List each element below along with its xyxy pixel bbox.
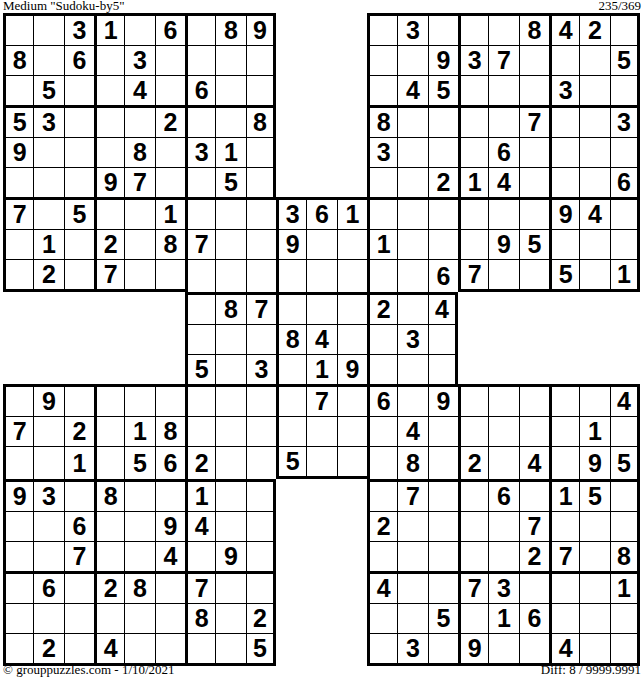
cell-r19c4[interactable] xyxy=(124,603,154,633)
cell-r17c14[interactable] xyxy=(428,541,458,571)
cell-r6c18[interactable]: 9 xyxy=(549,197,579,229)
cell-r5c1[interactable] xyxy=(33,167,63,197)
cell-r11c12[interactable] xyxy=(367,354,397,384)
cell-r2c14[interactable]: 5 xyxy=(428,75,458,105)
cell-r11c7[interactable] xyxy=(215,354,245,384)
cell-r1c14[interactable]: 9 xyxy=(428,45,458,75)
cell-r14c20[interactable]: 5 xyxy=(610,446,640,479)
cell-r16c16[interactable] xyxy=(488,511,518,541)
cell-r0c20[interactable] xyxy=(610,13,640,45)
cell-r0c18[interactable]: 4 xyxy=(549,13,579,45)
cell-r8c14[interactable]: 6 xyxy=(428,259,458,292)
cell-r11c9[interactable] xyxy=(276,354,306,384)
cell-r17c6[interactable] xyxy=(185,541,215,571)
cell-r18c17[interactable] xyxy=(519,571,549,603)
cell-r0c7[interactable]: 8 xyxy=(215,13,245,45)
cell-r17c7[interactable]: 9 xyxy=(215,541,245,571)
cell-r13c6[interactable] xyxy=(185,416,215,446)
cell-r14c6[interactable]: 2 xyxy=(185,446,215,479)
cell-r12c6[interactable] xyxy=(185,384,215,416)
cell-r13c13[interactable]: 4 xyxy=(397,416,427,446)
cell-r7c0[interactable] xyxy=(3,229,33,259)
cell-r12c5[interactable] xyxy=(155,384,185,416)
cell-r18c19[interactable] xyxy=(579,571,609,603)
cell-r17c19[interactable] xyxy=(579,541,609,571)
cell-r13c5[interactable]: 8 xyxy=(155,416,185,446)
cell-r15c13[interactable]: 7 xyxy=(397,479,427,511)
cell-r1c18[interactable] xyxy=(549,45,579,75)
cell-r7c13[interactable] xyxy=(397,229,427,259)
cell-r14c18[interactable] xyxy=(549,446,579,479)
cell-r12c19[interactable] xyxy=(579,384,609,416)
cell-r13c17[interactable] xyxy=(519,416,549,446)
cell-r12c8[interactable] xyxy=(246,384,276,416)
cell-r16c7[interactable] xyxy=(215,511,245,541)
cell-r17c18[interactable]: 7 xyxy=(549,541,579,571)
cell-r17c4[interactable] xyxy=(124,541,154,571)
cell-r19c20[interactable] xyxy=(610,603,640,633)
cell-r19c0[interactable] xyxy=(3,603,33,633)
cell-r3c15[interactable] xyxy=(458,105,488,137)
cell-r0c5[interactable]: 6 xyxy=(155,13,185,45)
cell-r14c17[interactable]: 4 xyxy=(519,446,549,479)
cell-r17c3[interactable] xyxy=(94,541,124,571)
cell-r16c3[interactable] xyxy=(94,511,124,541)
cell-r4c0[interactable]: 9 xyxy=(3,137,33,167)
cell-r4c18[interactable] xyxy=(549,137,579,167)
cell-r8c7[interactable] xyxy=(215,259,245,292)
cell-r5c7[interactable]: 5 xyxy=(215,167,245,197)
cell-r7c9[interactable]: 9 xyxy=(276,229,306,259)
cell-r1c20[interactable]: 5 xyxy=(610,45,640,75)
cell-r12c15[interactable] xyxy=(458,384,488,416)
cell-r6c1[interactable] xyxy=(33,197,63,229)
cell-r15c18[interactable]: 1 xyxy=(549,479,579,511)
cell-r1c19[interactable] xyxy=(579,45,609,75)
cell-r19c6[interactable]: 8 xyxy=(185,603,215,633)
cell-r7c8[interactable] xyxy=(246,229,276,259)
cell-r14c11[interactable] xyxy=(337,446,367,479)
cell-r8c3[interactable]: 7 xyxy=(94,259,124,292)
cell-r11c8[interactable]: 3 xyxy=(246,354,276,384)
cell-r12c13[interactable] xyxy=(397,384,427,416)
cell-r13c12[interactable] xyxy=(367,416,397,446)
cell-r16c14[interactable] xyxy=(428,511,458,541)
cell-r17c2[interactable]: 7 xyxy=(64,541,94,571)
cell-r1c13[interactable] xyxy=(397,45,427,75)
cell-r12c7[interactable] xyxy=(215,384,245,416)
cell-r6c20[interactable] xyxy=(610,197,640,229)
cell-r3c7[interactable] xyxy=(215,105,245,137)
cell-r3c3[interactable] xyxy=(94,105,124,137)
cell-r9c6[interactable] xyxy=(185,292,215,324)
cell-r13c10[interactable] xyxy=(306,416,336,446)
cell-r19c18[interactable] xyxy=(549,603,579,633)
cell-r7c10[interactable] xyxy=(306,229,336,259)
cell-r6c9[interactable]: 3 xyxy=(276,197,306,229)
cell-r5c19[interactable] xyxy=(579,167,609,197)
cell-r14c2[interactable]: 1 xyxy=(64,446,94,479)
cell-r1c4[interactable]: 3 xyxy=(124,45,154,75)
cell-r6c11[interactable]: 1 xyxy=(337,197,367,229)
cell-r15c1[interactable]: 3 xyxy=(33,479,63,511)
cell-r8c6[interactable] xyxy=(185,259,215,292)
cell-r4c6[interactable]: 3 xyxy=(185,137,215,167)
cell-r18c3[interactable]: 2 xyxy=(94,571,124,603)
cell-r14c16[interactable] xyxy=(488,446,518,479)
cell-r8c20[interactable]: 1 xyxy=(610,259,640,292)
cell-r19c3[interactable] xyxy=(94,603,124,633)
cell-r18c4[interactable]: 8 xyxy=(124,571,154,603)
cell-r8c2[interactable] xyxy=(64,259,94,292)
cell-r15c15[interactable] xyxy=(458,479,488,511)
cell-r13c11[interactable] xyxy=(337,416,367,446)
cell-r19c13[interactable] xyxy=(397,603,427,633)
cell-r17c1[interactable] xyxy=(33,541,63,571)
cell-r4c20[interactable] xyxy=(610,137,640,167)
cell-r2c6[interactable]: 6 xyxy=(185,75,215,105)
cell-r13c14[interactable] xyxy=(428,416,458,446)
cell-r3c14[interactable] xyxy=(428,105,458,137)
cell-r5c5[interactable] xyxy=(155,167,185,197)
cell-r4c5[interactable] xyxy=(155,137,185,167)
cell-r7c1[interactable]: 1 xyxy=(33,229,63,259)
cell-r17c16[interactable] xyxy=(488,541,518,571)
cell-r5c3[interactable]: 9 xyxy=(94,167,124,197)
cell-r6c14[interactable] xyxy=(428,197,458,229)
cell-r0c4[interactable] xyxy=(124,13,154,45)
cell-r14c12[interactable] xyxy=(367,446,397,479)
cell-r13c2[interactable]: 2 xyxy=(64,416,94,446)
cell-r19c14[interactable]: 5 xyxy=(428,603,458,633)
cell-r18c16[interactable]: 3 xyxy=(488,571,518,603)
cell-r19c19[interactable] xyxy=(579,603,609,633)
cell-r5c12[interactable] xyxy=(367,167,397,197)
cell-r9c13[interactable] xyxy=(397,292,427,324)
cell-r11c11[interactable]: 9 xyxy=(337,354,367,384)
cell-r1c8[interactable] xyxy=(246,45,276,75)
cell-r3c2[interactable] xyxy=(64,105,94,137)
cell-r6c5[interactable]: 1 xyxy=(155,197,185,229)
cell-r7c4[interactable] xyxy=(124,229,154,259)
cell-r14c10[interactable] xyxy=(306,446,336,479)
cell-r8c18[interactable]: 5 xyxy=(549,259,579,292)
cell-r15c12[interactable] xyxy=(367,479,397,511)
cell-r6c12[interactable] xyxy=(367,197,397,229)
cell-r16c2[interactable]: 6 xyxy=(64,511,94,541)
cell-r13c8[interactable] xyxy=(246,416,276,446)
cell-r10c11[interactable] xyxy=(337,324,367,354)
cell-r18c0[interactable] xyxy=(3,571,33,603)
cell-r3c1[interactable]: 3 xyxy=(33,105,63,137)
cell-r3c12[interactable]: 8 xyxy=(367,105,397,137)
cell-r19c8[interactable]: 2 xyxy=(246,603,276,633)
cell-r5c2[interactable] xyxy=(64,167,94,197)
cell-r12c11[interactable] xyxy=(337,384,367,416)
cell-r12c12[interactable]: 6 xyxy=(367,384,397,416)
cell-r4c17[interactable] xyxy=(519,137,549,167)
cell-r7c3[interactable]: 2 xyxy=(94,229,124,259)
cell-r8c10[interactable] xyxy=(306,259,336,292)
cell-r5c16[interactable]: 4 xyxy=(488,167,518,197)
cell-r15c4[interactable] xyxy=(124,479,154,511)
cell-r18c12[interactable]: 4 xyxy=(367,571,397,603)
cell-r17c17[interactable]: 2 xyxy=(519,541,549,571)
cell-r12c0[interactable] xyxy=(3,384,33,416)
cell-r9c12[interactable]: 2 xyxy=(367,292,397,324)
cell-r4c12[interactable]: 3 xyxy=(367,137,397,167)
cell-r9c10[interactable] xyxy=(306,292,336,324)
cell-r1c0[interactable]: 8 xyxy=(3,45,33,75)
cell-r12c20[interactable]: 4 xyxy=(610,384,640,416)
cell-r7c12[interactable]: 1 xyxy=(367,229,397,259)
cell-r7c11[interactable] xyxy=(337,229,367,259)
cell-r2c0[interactable] xyxy=(3,75,33,105)
cell-r12c14[interactable]: 9 xyxy=(428,384,458,416)
cell-r16c4[interactable] xyxy=(124,511,154,541)
cell-r4c13[interactable] xyxy=(397,137,427,167)
cell-r15c0[interactable]: 9 xyxy=(3,479,33,511)
cell-r2c8[interactable] xyxy=(246,75,276,105)
cell-r18c13[interactable] xyxy=(397,571,427,603)
cell-r12c16[interactable] xyxy=(488,384,518,416)
cell-r13c16[interactable] xyxy=(488,416,518,446)
cell-r6c13[interactable] xyxy=(397,197,427,229)
cell-r0c19[interactable]: 2 xyxy=(579,13,609,45)
cell-r14c15[interactable]: 2 xyxy=(458,446,488,479)
cell-r4c15[interactable] xyxy=(458,137,488,167)
cell-r0c3[interactable]: 1 xyxy=(94,13,124,45)
cell-r17c0[interactable] xyxy=(3,541,33,571)
cell-r8c15[interactable]: 7 xyxy=(458,259,488,292)
cell-r1c3[interactable] xyxy=(94,45,124,75)
cell-r2c2[interactable] xyxy=(64,75,94,105)
cell-r14c7[interactable] xyxy=(215,446,245,479)
cell-r13c4[interactable]: 1 xyxy=(124,416,154,446)
cell-r13c3[interactable] xyxy=(94,416,124,446)
cell-r8c19[interactable] xyxy=(579,259,609,292)
cell-r3c8[interactable]: 8 xyxy=(246,105,276,137)
cell-r16c12[interactable]: 2 xyxy=(367,511,397,541)
cell-r6c19[interactable]: 4 xyxy=(579,197,609,229)
cell-r4c19[interactable] xyxy=(579,137,609,167)
cell-r10c12[interactable] xyxy=(367,324,397,354)
cell-r8c9[interactable] xyxy=(276,259,306,292)
cell-r4c7[interactable]: 1 xyxy=(215,137,245,167)
cell-r1c15[interactable]: 3 xyxy=(458,45,488,75)
cell-r18c6[interactable]: 7 xyxy=(185,571,215,603)
cell-r6c7[interactable] xyxy=(215,197,245,229)
cell-r2c13[interactable]: 4 xyxy=(397,75,427,105)
cell-r19c12[interactable] xyxy=(367,603,397,633)
cell-r11c14[interactable] xyxy=(428,354,458,384)
cell-r19c2[interactable] xyxy=(64,603,94,633)
cell-r5c14[interactable]: 2 xyxy=(428,167,458,197)
cell-r8c5[interactable] xyxy=(155,259,185,292)
cell-r4c16[interactable]: 6 xyxy=(488,137,518,167)
cell-r15c8[interactable] xyxy=(246,479,276,511)
cell-r19c7[interactable] xyxy=(215,603,245,633)
cell-r4c3[interactable] xyxy=(94,137,124,167)
cell-r18c14[interactable] xyxy=(428,571,458,603)
cell-r15c7[interactable] xyxy=(215,479,245,511)
cell-r0c12[interactable] xyxy=(367,13,397,45)
cell-r0c6[interactable] xyxy=(185,13,215,45)
cell-r15c19[interactable]: 5 xyxy=(579,479,609,511)
cell-r16c18[interactable] xyxy=(549,511,579,541)
cell-r5c20[interactable]: 6 xyxy=(610,167,640,197)
cell-r16c20[interactable] xyxy=(610,511,640,541)
cell-r18c20[interactable]: 1 xyxy=(610,571,640,603)
cell-r14c8[interactable] xyxy=(246,446,276,479)
cell-r16c8[interactable] xyxy=(246,511,276,541)
cell-r12c9[interactable] xyxy=(276,384,306,416)
cell-r3c0[interactable]: 5 xyxy=(3,105,33,137)
cell-r19c15[interactable] xyxy=(458,603,488,633)
cell-r16c0[interactable] xyxy=(3,511,33,541)
cell-r12c3[interactable] xyxy=(94,384,124,416)
cell-r7c6[interactable]: 7 xyxy=(185,229,215,259)
cell-r19c5[interactable] xyxy=(155,603,185,633)
cell-r2c12[interactable] xyxy=(367,75,397,105)
cell-r8c0[interactable] xyxy=(3,259,33,292)
cell-r7c19[interactable] xyxy=(579,229,609,259)
cell-r17c8[interactable] xyxy=(246,541,276,571)
cell-r19c16[interactable]: 1 xyxy=(488,603,518,633)
cell-r18c15[interactable]: 7 xyxy=(458,571,488,603)
cell-r15c5[interactable] xyxy=(155,479,185,511)
cell-r3c19[interactable] xyxy=(579,105,609,137)
cell-r5c0[interactable] xyxy=(3,167,33,197)
cell-r8c1[interactable]: 2 xyxy=(33,259,63,292)
cell-r12c17[interactable] xyxy=(519,384,549,416)
cell-r10c10[interactable]: 4 xyxy=(306,324,336,354)
cell-r1c1[interactable] xyxy=(33,45,63,75)
cell-r5c13[interactable] xyxy=(397,167,427,197)
cell-r10c9[interactable]: 8 xyxy=(276,324,306,354)
cell-r4c1[interactable] xyxy=(33,137,63,167)
cell-r2c19[interactable] xyxy=(579,75,609,105)
cell-r2c3[interactable] xyxy=(94,75,124,105)
cell-r4c4[interactable]: 8 xyxy=(124,137,154,167)
cell-r3c16[interactable] xyxy=(488,105,518,137)
cell-r17c13[interactable] xyxy=(397,541,427,571)
cell-r14c3[interactable] xyxy=(94,446,124,479)
cell-r14c1[interactable] xyxy=(33,446,63,479)
cell-r5c4[interactable]: 7 xyxy=(124,167,154,197)
cell-r2c17[interactable] xyxy=(519,75,549,105)
cell-r15c3[interactable]: 8 xyxy=(94,479,124,511)
cell-r17c12[interactable] xyxy=(367,541,397,571)
cell-r1c12[interactable] xyxy=(367,45,397,75)
cell-r15c16[interactable]: 6 xyxy=(488,479,518,511)
cell-r8c13[interactable] xyxy=(397,259,427,292)
cell-r0c2[interactable]: 3 xyxy=(64,13,94,45)
cell-r3c5[interactable]: 2 xyxy=(155,105,185,137)
cell-r13c9[interactable] xyxy=(276,416,306,446)
cell-r5c8[interactable] xyxy=(246,167,276,197)
cell-r10c7[interactable] xyxy=(215,324,245,354)
cell-r5c18[interactable] xyxy=(549,167,579,197)
cell-r11c13[interactable] xyxy=(397,354,427,384)
cell-r16c5[interactable]: 9 xyxy=(155,511,185,541)
cell-r16c6[interactable]: 4 xyxy=(185,511,215,541)
cell-r2c16[interactable] xyxy=(488,75,518,105)
cell-r13c18[interactable] xyxy=(549,416,579,446)
cell-r14c9[interactable]: 5 xyxy=(276,446,306,479)
cell-r15c17[interactable] xyxy=(519,479,549,511)
cell-r1c2[interactable]: 6 xyxy=(64,45,94,75)
cell-r1c6[interactable] xyxy=(185,45,215,75)
cell-r0c8[interactable]: 9 xyxy=(246,13,276,45)
cell-r19c17[interactable]: 6 xyxy=(519,603,549,633)
cell-r8c4[interactable] xyxy=(124,259,154,292)
cell-r8c16[interactable] xyxy=(488,259,518,292)
cell-r16c13[interactable] xyxy=(397,511,427,541)
cell-r18c7[interactable] xyxy=(215,571,245,603)
cell-r2c1[interactable]: 5 xyxy=(33,75,63,105)
cell-r12c4[interactable] xyxy=(124,384,154,416)
cell-r10c14[interactable] xyxy=(428,324,458,354)
cell-r8c17[interactable] xyxy=(519,259,549,292)
cell-r13c20[interactable] xyxy=(610,416,640,446)
cell-r0c0[interactable] xyxy=(3,13,33,45)
cell-r4c14[interactable] xyxy=(428,137,458,167)
cell-r5c6[interactable] xyxy=(185,167,215,197)
cell-r3c4[interactable] xyxy=(124,105,154,137)
cell-r1c17[interactable] xyxy=(519,45,549,75)
cell-r12c18[interactable] xyxy=(549,384,579,416)
cell-r7c5[interactable]: 8 xyxy=(155,229,185,259)
cell-r14c5[interactable]: 6 xyxy=(155,446,185,479)
cell-r15c6[interactable]: 1 xyxy=(185,479,215,511)
cell-r9c7[interactable]: 8 xyxy=(215,292,245,324)
cell-r17c20[interactable]: 8 xyxy=(610,541,640,571)
cell-r3c18[interactable] xyxy=(549,105,579,137)
cell-r7c18[interactable] xyxy=(549,229,579,259)
cell-r18c2[interactable] xyxy=(64,571,94,603)
cell-r4c2[interactable] xyxy=(64,137,94,167)
cell-r12c1[interactable]: 9 xyxy=(33,384,63,416)
cell-r9c11[interactable] xyxy=(337,292,367,324)
cell-r16c17[interactable]: 7 xyxy=(519,511,549,541)
cell-r14c4[interactable]: 5 xyxy=(124,446,154,479)
cell-r7c14[interactable] xyxy=(428,229,458,259)
cell-r15c14[interactable] xyxy=(428,479,458,511)
cell-r7c2[interactable] xyxy=(64,229,94,259)
cell-r0c14[interactable] xyxy=(428,13,458,45)
cell-r5c17[interactable] xyxy=(519,167,549,197)
cell-r19c1[interactable] xyxy=(33,603,63,633)
cell-r3c20[interactable]: 3 xyxy=(610,105,640,137)
cell-r6c6[interactable] xyxy=(185,197,215,229)
cell-r12c10[interactable]: 7 xyxy=(306,384,336,416)
cell-r13c1[interactable] xyxy=(33,416,63,446)
cell-r12c2[interactable] xyxy=(64,384,94,416)
cell-r1c7[interactable] xyxy=(215,45,245,75)
cell-r14c0[interactable] xyxy=(3,446,33,479)
cell-r18c18[interactable] xyxy=(549,571,579,603)
cell-r5c15[interactable]: 1 xyxy=(458,167,488,197)
cell-r10c6[interactable] xyxy=(185,324,215,354)
cell-r15c2[interactable] xyxy=(64,479,94,511)
cell-r18c1[interactable]: 6 xyxy=(33,571,63,603)
cell-r6c2[interactable]: 5 xyxy=(64,197,94,229)
cell-r1c16[interactable]: 7 xyxy=(488,45,518,75)
cell-r14c14[interactable] xyxy=(428,446,458,479)
cell-r7c17[interactable]: 5 xyxy=(519,229,549,259)
cell-r13c0[interactable]: 7 xyxy=(3,416,33,446)
